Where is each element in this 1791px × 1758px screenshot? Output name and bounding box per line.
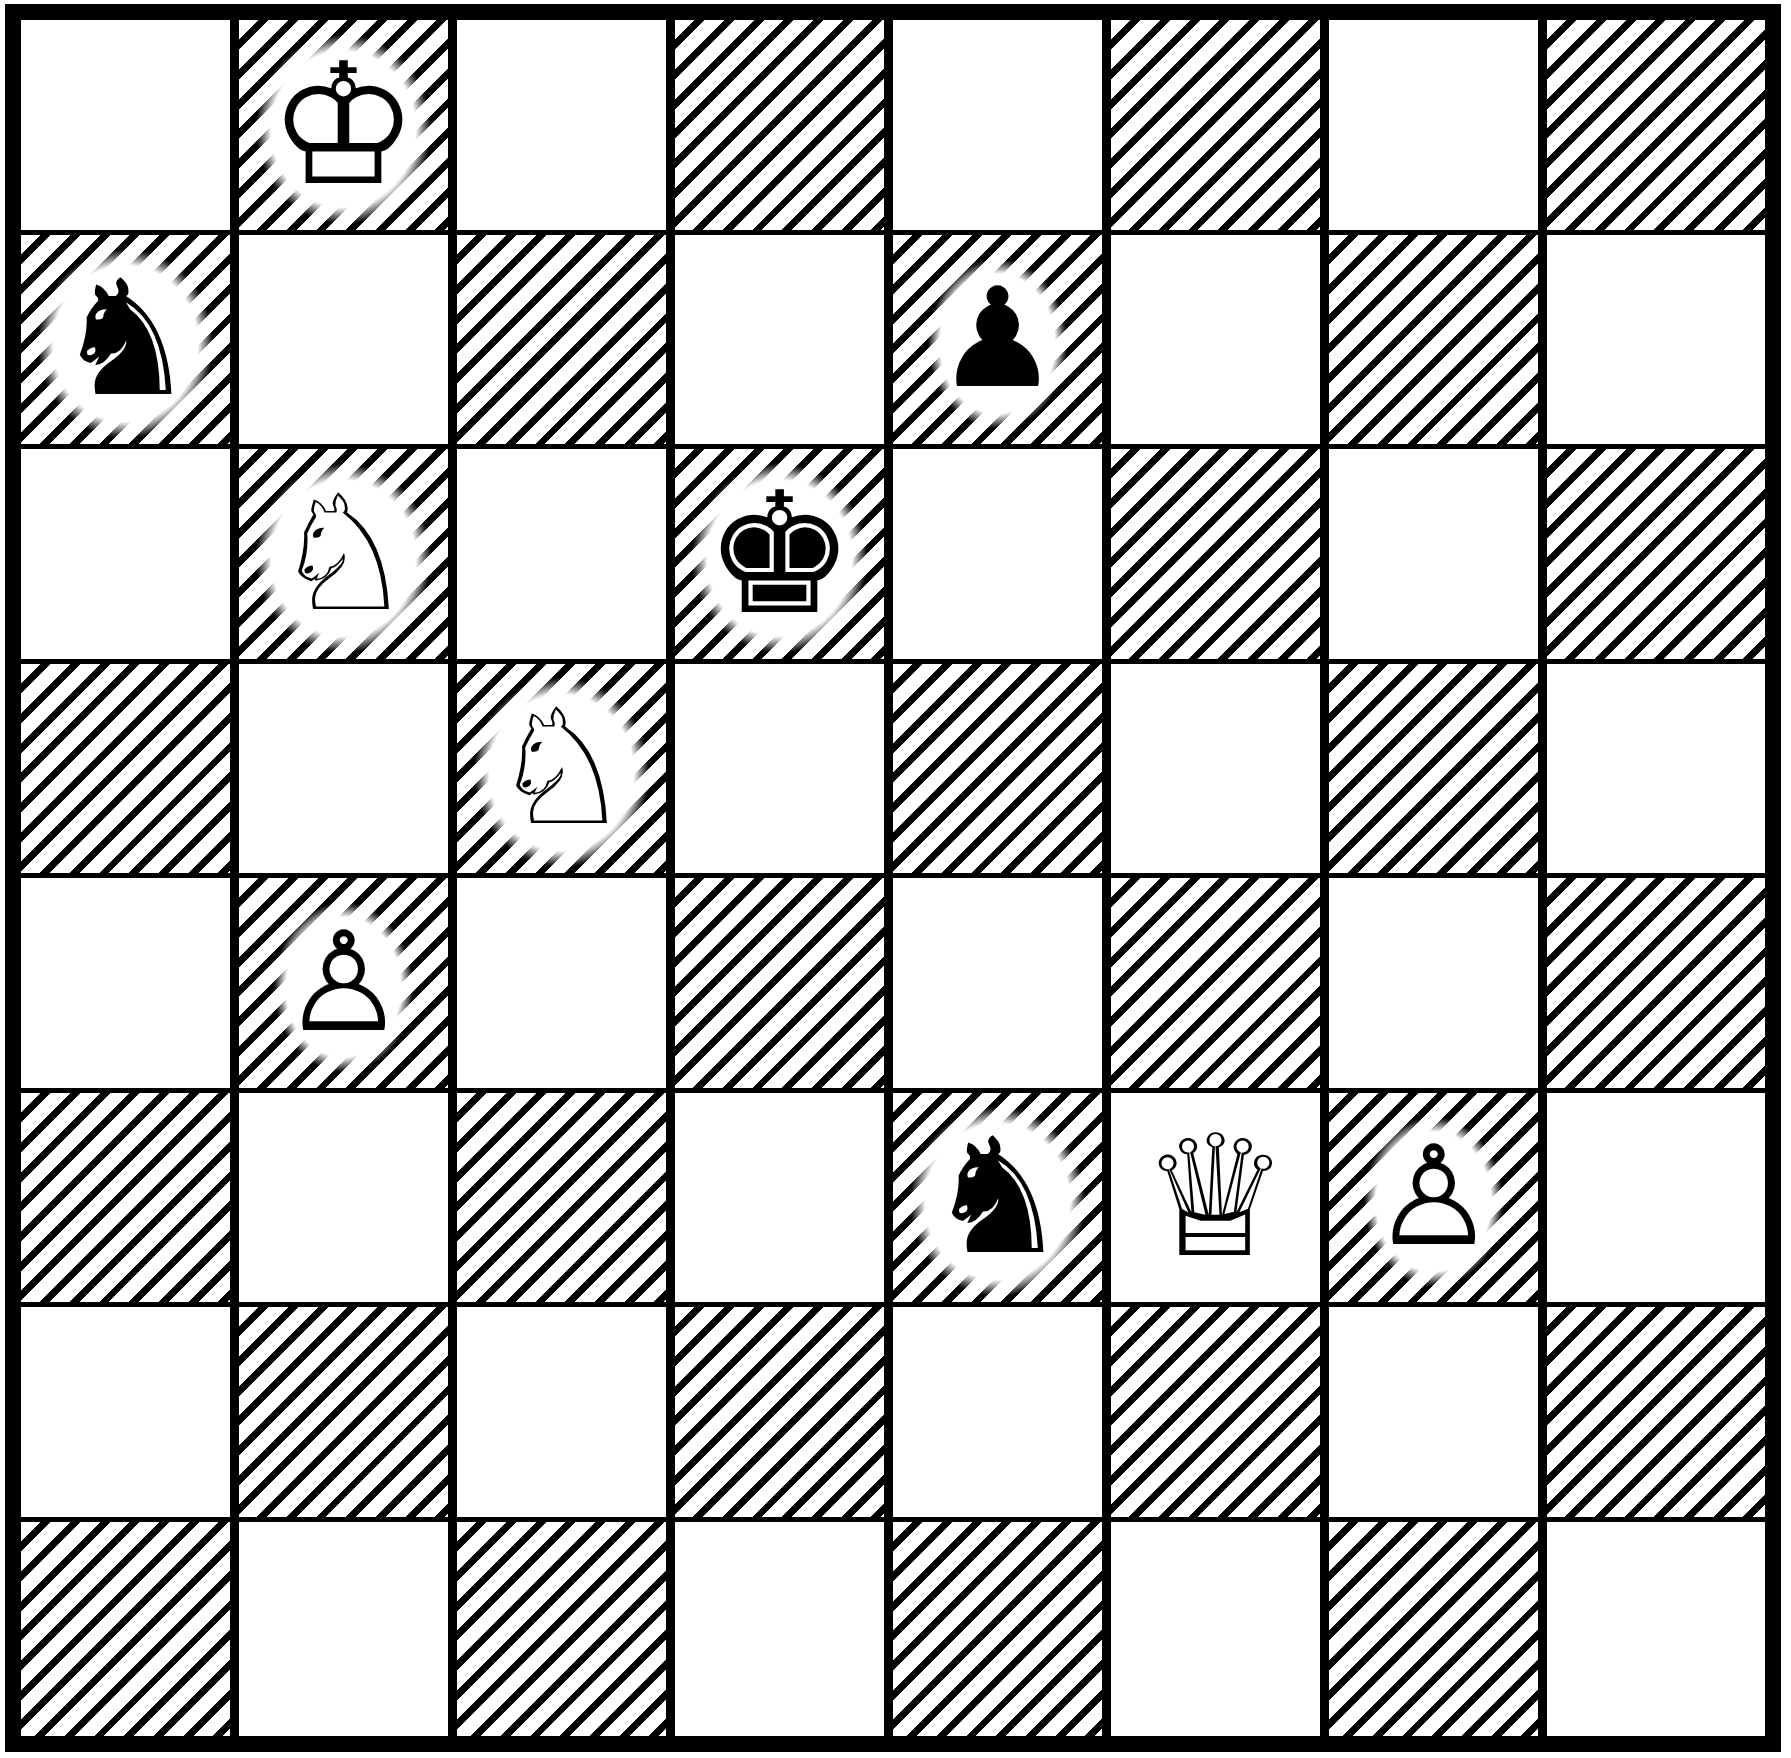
- white-queen: ♕: [1111, 1093, 1320, 1303]
- square-b2[interactable]: [239, 1307, 457, 1522]
- square-a5[interactable]: [21, 664, 239, 879]
- square-a4[interactable]: [21, 878, 239, 1093]
- square-c4[interactable]: [457, 878, 675, 1093]
- square-a8[interactable]: [21, 20, 239, 235]
- square-g1[interactable]: [1329, 1522, 1547, 1737]
- square-d3[interactable]: [675, 1093, 893, 1308]
- square-g3[interactable]: ♙: [1329, 1093, 1547, 1308]
- square-b7[interactable]: [239, 235, 457, 450]
- black-knight: ♞: [893, 1093, 1102, 1303]
- square-g2[interactable]: [1329, 1307, 1547, 1522]
- square-h7[interactable]: [1547, 235, 1765, 450]
- square-e7[interactable]: ♟: [893, 235, 1111, 450]
- chess-board: ♔♞♟♘♚♘♙♞♕♙: [5, 4, 1781, 1752]
- square-a2[interactable]: [21, 1307, 239, 1522]
- square-c5[interactable]: ♘: [457, 664, 675, 879]
- square-a1[interactable]: [21, 1522, 239, 1737]
- square-c6[interactable]: [457, 449, 675, 664]
- square-e6[interactable]: [893, 449, 1111, 664]
- square-g8[interactable]: [1329, 20, 1547, 235]
- square-d5[interactable]: [675, 664, 893, 879]
- square-h8[interactable]: [1547, 20, 1765, 235]
- square-f2[interactable]: [1111, 1307, 1329, 1522]
- square-h6[interactable]: [1547, 449, 1765, 664]
- square-h2[interactable]: [1547, 1307, 1765, 1522]
- white-pawn: ♙: [239, 878, 448, 1088]
- white-king: ♔: [239, 20, 448, 230]
- square-e2[interactable]: [893, 1307, 1111, 1522]
- square-f6[interactable]: [1111, 449, 1329, 664]
- square-c2[interactable]: [457, 1307, 675, 1522]
- square-c3[interactable]: [457, 1093, 675, 1308]
- square-g5[interactable]: [1329, 664, 1547, 879]
- square-g6[interactable]: [1329, 449, 1547, 664]
- square-h4[interactable]: [1547, 878, 1765, 1093]
- square-d8[interactable]: [675, 20, 893, 235]
- square-e1[interactable]: [893, 1522, 1111, 1737]
- square-f3[interactable]: ♕: [1111, 1093, 1329, 1308]
- square-h3[interactable]: [1547, 1093, 1765, 1308]
- square-b5[interactable]: [239, 664, 457, 879]
- square-d6[interactable]: ♚: [675, 449, 893, 664]
- square-d7[interactable]: [675, 235, 893, 450]
- black-knight: ♞: [21, 235, 230, 445]
- white-knight: ♘: [239, 449, 448, 659]
- square-g7[interactable]: [1329, 235, 1547, 450]
- square-f4[interactable]: [1111, 878, 1329, 1093]
- black-pawn: ♟: [893, 235, 1102, 445]
- square-b4[interactable]: ♙: [239, 878, 457, 1093]
- square-e4[interactable]: [893, 878, 1111, 1093]
- square-b3[interactable]: [239, 1093, 457, 1308]
- square-h5[interactable]: [1547, 664, 1765, 879]
- square-a7[interactable]: ♞: [21, 235, 239, 450]
- black-king: ♚: [675, 449, 884, 659]
- square-b1[interactable]: [239, 1522, 457, 1737]
- square-b6[interactable]: ♘: [239, 449, 457, 664]
- square-g4[interactable]: [1329, 878, 1547, 1093]
- square-e5[interactable]: [893, 664, 1111, 879]
- square-d1[interactable]: [675, 1522, 893, 1737]
- square-e8[interactable]: [893, 20, 1111, 235]
- square-d2[interactable]: [675, 1307, 893, 1522]
- square-a3[interactable]: [21, 1093, 239, 1308]
- square-f1[interactable]: [1111, 1522, 1329, 1737]
- square-e3[interactable]: ♞: [893, 1093, 1111, 1308]
- square-c8[interactable]: [457, 20, 675, 235]
- white-knight: ♘: [457, 664, 666, 874]
- square-f8[interactable]: [1111, 20, 1329, 235]
- white-pawn: ♙: [1329, 1093, 1538, 1303]
- square-b8[interactable]: ♔: [239, 20, 457, 235]
- square-f7[interactable]: [1111, 235, 1329, 450]
- square-a6[interactable]: [21, 449, 239, 664]
- square-f5[interactable]: [1111, 664, 1329, 879]
- square-h1[interactable]: [1547, 1522, 1765, 1737]
- square-d4[interactable]: [675, 878, 893, 1093]
- square-c7[interactable]: [457, 235, 675, 450]
- square-c1[interactable]: [457, 1522, 675, 1737]
